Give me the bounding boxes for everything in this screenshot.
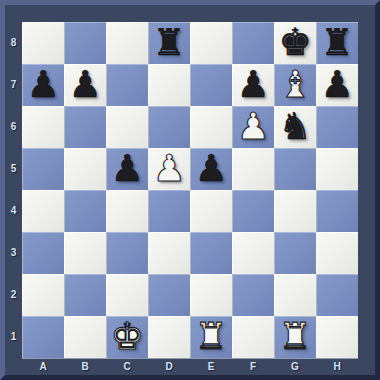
square-f4[interactable]: [232, 190, 274, 232]
square-c1[interactable]: ♚: [106, 316, 148, 358]
square-a5[interactable]: [22, 148, 64, 190]
square-e4[interactable]: [190, 190, 232, 232]
square-h2[interactable]: [316, 274, 358, 316]
black-pawn[interactable]: ♟: [194, 148, 227, 190]
square-c7[interactable]: [106, 64, 148, 106]
square-g6[interactable]: ♞: [274, 106, 316, 148]
square-a3[interactable]: [22, 232, 64, 274]
board: ♜♚♜♟♟♟♝♟♟♞♟♟♟♚♜♜: [22, 22, 358, 358]
square-h1[interactable]: [316, 316, 358, 358]
square-a4[interactable]: [22, 190, 64, 232]
square-g2[interactable]: [274, 274, 316, 316]
square-f5[interactable]: [232, 148, 274, 190]
rank-label-4: 4: [5, 190, 22, 232]
chess-board-frame: 87654321 ♜♚♜♟♟♟♝♟♟♞♟♟♟♚♜♜ ABCDEFGH: [0, 0, 380, 380]
file-label-g: G: [274, 359, 316, 375]
square-g5[interactable]: [274, 148, 316, 190]
black-king[interactable]: ♚: [278, 22, 311, 64]
square-e6[interactable]: [190, 106, 232, 148]
square-g3[interactable]: [274, 232, 316, 274]
white-rook[interactable]: ♜: [278, 316, 311, 358]
square-g1[interactable]: ♜: [274, 316, 316, 358]
square-f7[interactable]: ♟: [232, 64, 274, 106]
rank-labels: 87654321: [5, 22, 22, 358]
black-rook[interactable]: ♜: [320, 22, 353, 64]
square-f1[interactable]: [232, 316, 274, 358]
square-e5[interactable]: ♟: [190, 148, 232, 190]
square-f8[interactable]: [232, 22, 274, 64]
file-label-b: B: [64, 359, 106, 375]
file-label-e: E: [190, 359, 232, 375]
square-c2[interactable]: [106, 274, 148, 316]
black-pawn[interactable]: ♟: [26, 64, 59, 106]
square-c5[interactable]: ♟: [106, 148, 148, 190]
file-label-c: C: [106, 359, 148, 375]
square-d4[interactable]: [148, 190, 190, 232]
square-b8[interactable]: [64, 22, 106, 64]
rank-label-2: 2: [5, 274, 22, 316]
square-e1[interactable]: ♜: [190, 316, 232, 358]
square-c3[interactable]: [106, 232, 148, 274]
black-pawn[interactable]: ♟: [68, 64, 101, 106]
black-knight[interactable]: ♞: [278, 106, 311, 148]
white-king[interactable]: ♚: [110, 316, 143, 358]
square-b5[interactable]: [64, 148, 106, 190]
square-b7[interactable]: ♟: [64, 64, 106, 106]
white-pawn[interactable]: ♟: [152, 148, 185, 190]
square-d3[interactable]: [148, 232, 190, 274]
square-d5[interactable]: ♟: [148, 148, 190, 190]
rank-label-1: 1: [5, 316, 22, 358]
black-pawn[interactable]: ♟: [320, 64, 353, 106]
square-d6[interactable]: [148, 106, 190, 148]
square-b6[interactable]: [64, 106, 106, 148]
square-c8[interactable]: [106, 22, 148, 64]
square-b1[interactable]: [64, 316, 106, 358]
square-h6[interactable]: [316, 106, 358, 148]
square-c4[interactable]: [106, 190, 148, 232]
square-b2[interactable]: [64, 274, 106, 316]
file-labels: ABCDEFGH: [22, 359, 358, 375]
square-e3[interactable]: [190, 232, 232, 274]
square-a7[interactable]: ♟: [22, 64, 64, 106]
square-f2[interactable]: [232, 274, 274, 316]
square-c6[interactable]: [106, 106, 148, 148]
white-pawn[interactable]: ♟: [236, 106, 269, 148]
square-h5[interactable]: [316, 148, 358, 190]
square-d1[interactable]: [148, 316, 190, 358]
square-b4[interactable]: [64, 190, 106, 232]
square-g8[interactable]: ♚: [274, 22, 316, 64]
square-d8[interactable]: ♜: [148, 22, 190, 64]
square-e7[interactable]: [190, 64, 232, 106]
square-f3[interactable]: [232, 232, 274, 274]
file-label-h: H: [316, 359, 358, 375]
file-label-a: A: [22, 359, 64, 375]
black-rook[interactable]: ♜: [152, 22, 185, 64]
square-g4[interactable]: [274, 190, 316, 232]
square-e8[interactable]: [190, 22, 232, 64]
square-b3[interactable]: [64, 232, 106, 274]
rank-label-5: 5: [5, 148, 22, 190]
square-h7[interactable]: ♟: [316, 64, 358, 106]
file-label-d: D: [148, 359, 190, 375]
square-a6[interactable]: [22, 106, 64, 148]
rank-label-7: 7: [5, 64, 22, 106]
square-f6[interactable]: ♟: [232, 106, 274, 148]
square-h3[interactable]: [316, 232, 358, 274]
white-rook[interactable]: ♜: [194, 316, 227, 358]
square-h8[interactable]: ♜: [316, 22, 358, 64]
square-e2[interactable]: [190, 274, 232, 316]
square-a1[interactable]: [22, 316, 64, 358]
white-bishop[interactable]: ♝: [278, 64, 311, 106]
square-g7[interactable]: ♝: [274, 64, 316, 106]
rank-label-8: 8: [5, 22, 22, 64]
square-d7[interactable]: [148, 64, 190, 106]
file-label-f: F: [232, 359, 274, 375]
black-pawn[interactable]: ♟: [236, 64, 269, 106]
square-d2[interactable]: [148, 274, 190, 316]
square-h4[interactable]: [316, 190, 358, 232]
rank-label-6: 6: [5, 106, 22, 148]
square-a8[interactable]: [22, 22, 64, 64]
square-a2[interactable]: [22, 274, 64, 316]
black-pawn[interactable]: ♟: [110, 148, 143, 190]
rank-label-3: 3: [5, 232, 22, 274]
